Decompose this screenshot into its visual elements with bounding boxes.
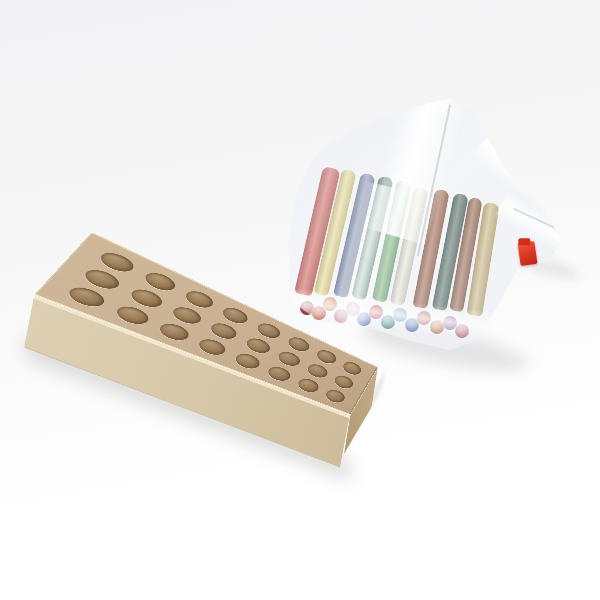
plastic-highlight xyxy=(287,287,504,343)
hole-r3c4-empty xyxy=(196,336,229,358)
hole-r3c5-empty xyxy=(232,351,262,371)
peg-bag xyxy=(283,95,583,360)
hole-r2c7-empty xyxy=(305,361,330,379)
hole-r3c6-empty xyxy=(265,364,293,383)
hole-r3c3-empty xyxy=(157,320,193,343)
hole-r3c8-empty xyxy=(323,387,347,404)
bag-clip xyxy=(517,241,537,266)
bag-clip-top xyxy=(518,238,530,245)
product-photo xyxy=(0,0,600,600)
hole-r2c4-empty xyxy=(208,320,240,342)
hole-r2c8-empty xyxy=(332,373,355,391)
bag-plastic-front xyxy=(283,95,583,360)
hole-r1c5-empty xyxy=(254,320,283,340)
hole-r3c7-empty xyxy=(295,376,321,394)
hole-r1c8-empty xyxy=(341,359,364,377)
hole-r2c5-empty xyxy=(243,335,273,355)
plastic-highlight xyxy=(494,191,583,264)
plastic-highlight xyxy=(322,181,403,360)
